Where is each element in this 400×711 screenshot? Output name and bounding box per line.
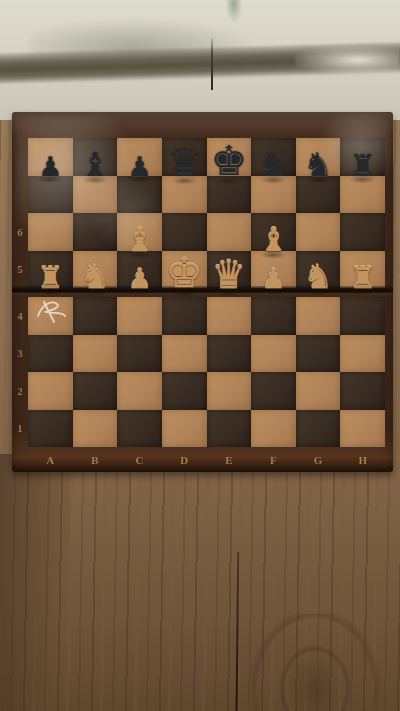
white-bishop-c6: ♝ (125, 222, 155, 255)
square-g3 (296, 335, 341, 373)
rank-label-5: 5 (17, 263, 23, 275)
square-c2 (117, 372, 162, 410)
black-bishop-b8: ♝ (80, 147, 110, 180)
square-f4 (251, 297, 296, 335)
wood-knot (250, 614, 380, 711)
black-knight-g8: ♞ (303, 147, 333, 180)
square-a6 (28, 213, 73, 251)
white-king-d5: ♚ (166, 253, 203, 294)
square-b6 (73, 213, 118, 251)
black-pawn-c8: ♟ (127, 153, 151, 180)
rank-label-6: 6 (17, 226, 23, 238)
file-label-a: A (46, 454, 54, 466)
black-rook-h8: ♜ (349, 150, 376, 180)
square-d1 (162, 410, 207, 448)
square-f1 (251, 410, 296, 448)
rank-label-3: 3 (17, 347, 23, 359)
file-label-g: G (314, 454, 323, 466)
square-b2 (73, 372, 118, 410)
rank-label-2: 2 (17, 385, 23, 397)
chessboard: ABCDEFGH654321 ♟♝♟♛♚♞♞♜♝♝♜♞♟♚♛♟♞♜ (12, 112, 393, 472)
square-d2 (162, 372, 207, 410)
square-h2 (340, 372, 385, 410)
square-g6 (296, 213, 341, 251)
chalk-mark (32, 298, 72, 326)
square-d3 (162, 335, 207, 373)
wall-crack-line (211, 38, 213, 90)
square-h4 (340, 297, 385, 335)
square-h6 (340, 213, 385, 251)
white-rook-a5: ♜ (37, 263, 64, 293)
table-shadow (0, 454, 70, 711)
square-d4 (162, 297, 207, 335)
file-label-h: H (358, 454, 367, 466)
square-f3 (251, 335, 296, 373)
white-pawn-f5: ♟ (261, 265, 285, 292)
square-c4 (117, 297, 162, 335)
black-king-e8: ♚ (210, 141, 247, 182)
file-label-c: C (136, 454, 144, 466)
square-a1 (28, 410, 73, 448)
black-pawn-a8: ♟ (38, 153, 62, 180)
square-h1 (340, 410, 385, 448)
square-b4 (73, 297, 118, 335)
square-c1 (117, 410, 162, 448)
table-seam-crack (235, 552, 239, 711)
square-a2 (28, 372, 73, 410)
square-g2 (296, 372, 341, 410)
square-e3 (207, 335, 252, 373)
black-knight-f8: ♞ (259, 147, 289, 180)
square-g1 (296, 410, 341, 448)
black-queen-d8: ♛ (167, 142, 202, 181)
wall-stain (226, 0, 242, 22)
square-e1 (207, 410, 252, 448)
file-label-e: E (225, 454, 232, 466)
square-e4 (207, 297, 252, 335)
square-a3 (28, 335, 73, 373)
white-knight-g5: ♞ (303, 260, 333, 293)
plaster-patch (295, 46, 400, 74)
square-g4 (296, 297, 341, 335)
rank-label-4: 4 (17, 310, 23, 322)
square-d6 (162, 213, 207, 251)
file-label-d: D (180, 454, 188, 466)
rank-label-1: 1 (17, 422, 23, 434)
square-h3 (340, 335, 385, 373)
white-pawn-c5: ♟ (127, 265, 151, 292)
square-b1 (73, 410, 118, 448)
square-e2 (207, 372, 252, 410)
wall (0, 0, 400, 120)
dust-patch (12, 112, 393, 138)
square-c3 (117, 335, 162, 373)
square-e6 (207, 213, 252, 251)
white-knight-b5: ♞ (80, 260, 110, 293)
white-bishop-f6: ♝ (259, 222, 289, 255)
white-rook-h5: ♜ (349, 263, 376, 293)
white-queen-e5: ♛ (211, 255, 246, 294)
photo-scene: ABCDEFGH654321 ♟♝♟♛♚♞♞♜♝♝♜♞♟♚♛♟♞♜ (0, 0, 400, 711)
file-label-f: F (270, 454, 277, 466)
square-f2 (251, 372, 296, 410)
square-b3 (73, 335, 118, 373)
file-label-b: B (91, 454, 98, 466)
